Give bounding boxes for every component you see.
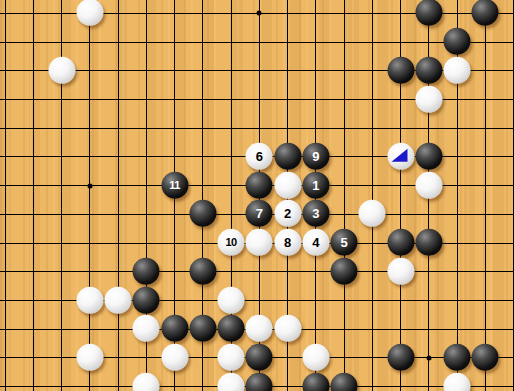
board-intersection[interactable]	[443, 56, 471, 85]
move-number-label: 11	[169, 179, 180, 190]
board-intersection[interactable]	[160, 229, 188, 258]
board-intersection[interactable]	[471, 372, 499, 391]
board-intersection[interactable]	[273, 171, 301, 200]
board-intersection[interactable]	[189, 28, 217, 57]
board-intersection[interactable]	[358, 344, 386, 373]
board-intersection[interactable]: 4	[302, 229, 330, 258]
board-intersection[interactable]	[471, 56, 499, 85]
board-intersection[interactable]	[19, 344, 47, 373]
board-intersection[interactable]	[415, 286, 443, 315]
board-intersection[interactable]: 2	[273, 200, 301, 229]
board-intersection[interactable]	[443, 200, 471, 229]
board-intersection[interactable]	[330, 315, 358, 344]
board-intersection[interactable]	[217, 372, 245, 391]
board-intersection[interactable]	[499, 200, 514, 229]
board-intersection[interactable]	[499, 143, 514, 172]
board-intersection[interactable]	[386, 257, 414, 286]
board-intersection[interactable]	[104, 56, 132, 85]
board-intersection[interactable]	[302, 344, 330, 373]
board-intersection[interactable]	[443, 286, 471, 315]
board-intersection[interactable]	[330, 171, 358, 200]
board-intersection[interactable]	[189, 114, 217, 143]
white-stone	[415, 85, 442, 112]
board-intersection[interactable]	[471, 200, 499, 229]
board-intersection[interactable]	[273, 372, 301, 391]
board-intersection[interactable]	[471, 143, 499, 172]
board-intersection[interactable]	[499, 114, 514, 143]
board-intersection[interactable]	[415, 229, 443, 258]
board-intersection[interactable]	[499, 28, 514, 57]
board-intersection[interactable]	[499, 85, 514, 114]
board-intersection[interactable]	[358, 114, 386, 143]
board-intersection[interactable]	[189, 229, 217, 258]
board-intersection[interactable]	[132, 28, 160, 57]
board-intersection[interactable]	[76, 286, 104, 315]
board-intersection[interactable]	[47, 315, 75, 344]
board-intersection[interactable]	[245, 257, 273, 286]
board-intersection[interactable]	[386, 114, 414, 143]
board-intersection[interactable]	[160, 28, 188, 57]
board-intersection[interactable]	[443, 257, 471, 286]
board-intersection[interactable]	[217, 0, 245, 28]
board-intersection[interactable]	[132, 229, 160, 258]
move-number-label: 4	[312, 236, 319, 249]
white-stone	[218, 286, 245, 313]
board-intersection[interactable]	[0, 315, 19, 344]
black-stone	[472, 0, 499, 26]
star-point	[257, 11, 262, 16]
board-intersection[interactable]	[386, 286, 414, 315]
black-stone	[415, 143, 442, 170]
board-intersection[interactable]	[415, 372, 443, 391]
board-intersection[interactable]	[245, 114, 273, 143]
black-stone: 3	[302, 200, 329, 227]
board-intersection[interactable]	[330, 0, 358, 28]
board-intersection[interactable]	[104, 200, 132, 229]
board-intersection[interactable]	[189, 0, 217, 28]
board-intersection[interactable]	[386, 229, 414, 258]
board-intersection[interactable]	[471, 257, 499, 286]
board-intersection[interactable]	[358, 143, 386, 172]
board-intersection[interactable]	[104, 372, 132, 391]
board-intersection[interactable]	[358, 372, 386, 391]
board-intersection[interactable]	[245, 85, 273, 114]
board-intersection[interactable]	[330, 372, 358, 391]
board-intersection[interactable]	[217, 171, 245, 200]
board-intersection[interactable]	[19, 171, 47, 200]
board-intersection[interactable]	[19, 229, 47, 258]
board-intersection[interactable]	[302, 0, 330, 28]
board-intersection[interactable]	[499, 315, 514, 344]
board-intersection[interactable]	[273, 28, 301, 57]
board-intersection[interactable]	[217, 114, 245, 143]
board-intersection[interactable]	[160, 286, 188, 315]
board-intersection[interactable]	[330, 28, 358, 57]
board-intersection[interactable]	[245, 315, 273, 344]
black-stone: 5	[331, 229, 358, 256]
board-intersection[interactable]	[217, 315, 245, 344]
board-intersection[interactable]: 1	[302, 171, 330, 200]
board-intersection[interactable]	[160, 56, 188, 85]
board-intersection[interactable]	[19, 85, 47, 114]
board-intersection[interactable]	[443, 344, 471, 373]
board-intersection[interactable]	[358, 315, 386, 344]
board-intersection[interactable]	[0, 28, 19, 57]
board-intersection[interactable]	[273, 286, 301, 315]
board-intersection[interactable]	[471, 85, 499, 114]
board-intersection[interactable]	[160, 85, 188, 114]
board-intersection[interactable]	[217, 28, 245, 57]
board-intersection[interactable]	[358, 28, 386, 57]
board-intersection[interactable]	[443, 143, 471, 172]
board-intersection[interactable]	[76, 85, 104, 114]
board-intersection[interactable]	[499, 0, 514, 28]
board-intersection[interactable]	[19, 28, 47, 57]
board-intersection[interactable]	[386, 344, 414, 373]
board-intersection[interactable]	[302, 114, 330, 143]
board-intersection[interactable]	[132, 0, 160, 28]
board-intersection[interactable]	[19, 286, 47, 315]
white-stone: 4	[302, 229, 329, 256]
board-intersection[interactable]	[104, 315, 132, 344]
board-intersection[interactable]	[217, 200, 245, 229]
board-intersection[interactable]	[76, 344, 104, 373]
board-intersection[interactable]	[132, 171, 160, 200]
board-intersection[interactable]	[47, 0, 75, 28]
board-intersection[interactable]	[19, 114, 47, 143]
board-intersection[interactable]	[330, 286, 358, 315]
board-intersection[interactable]	[0, 85, 19, 114]
board-intersection[interactable]	[104, 0, 132, 28]
board-intersection[interactable]	[160, 114, 188, 143]
board-intersection[interactable]	[217, 85, 245, 114]
board-intersection[interactable]	[471, 315, 499, 344]
board-intersection[interactable]: 7	[245, 200, 273, 229]
board-intersection[interactable]	[160, 344, 188, 373]
board-intersection[interactable]	[189, 200, 217, 229]
board-intersection[interactable]: 3	[302, 200, 330, 229]
board-intersection[interactable]	[104, 257, 132, 286]
board-intersection[interactable]	[273, 114, 301, 143]
board-intersection[interactable]	[47, 171, 75, 200]
board-intersection[interactable]	[76, 372, 104, 391]
board-intersection[interactable]	[0, 171, 19, 200]
board-intersection[interactable]	[189, 85, 217, 114]
board-intersection[interactable]	[358, 257, 386, 286]
board-intersection[interactable]	[19, 200, 47, 229]
board-intersection[interactable]	[358, 85, 386, 114]
board-intersection[interactable]	[0, 286, 19, 315]
black-stone	[246, 372, 273, 391]
board-intersection[interactable]	[189, 56, 217, 85]
black-stone	[331, 372, 358, 391]
move-number-label: 5	[340, 236, 347, 249]
board-intersection[interactable]	[47, 114, 75, 143]
white-stone	[246, 229, 273, 256]
board-intersection[interactable]	[245, 28, 273, 57]
board-intersection[interactable]	[160, 200, 188, 229]
board-intersection[interactable]	[386, 200, 414, 229]
board-intersection[interactable]	[471, 28, 499, 57]
board-intersection[interactable]	[443, 0, 471, 28]
board-intersection[interactable]	[302, 315, 330, 344]
board-intersection[interactable]	[104, 28, 132, 57]
board-intersection[interactable]	[330, 56, 358, 85]
board-intersection[interactable]	[386, 56, 414, 85]
board-intersection[interactable]	[132, 114, 160, 143]
board-intersection[interactable]	[499, 344, 514, 373]
board-intersection[interactable]	[19, 315, 47, 344]
board-intersection[interactable]	[302, 286, 330, 315]
board-intersection[interactable]	[132, 315, 160, 344]
board-intersection[interactable]	[386, 372, 414, 391]
board-intersection[interactable]	[499, 56, 514, 85]
board-intersection[interactable]	[443, 171, 471, 200]
board-intersection[interactable]	[415, 56, 443, 85]
board-intersection[interactable]	[330, 85, 358, 114]
board-intersection[interactable]	[132, 257, 160, 286]
board-intersection[interactable]	[132, 85, 160, 114]
board-intersection[interactable]	[132, 372, 160, 391]
board-intersection[interactable]	[104, 229, 132, 258]
board-intersection[interactable]	[245, 344, 273, 373]
board-intersection[interactable]	[189, 315, 217, 344]
white-stone	[218, 344, 245, 371]
board-intersection[interactable]	[273, 344, 301, 373]
board-intersection[interactable]	[47, 85, 75, 114]
board-intersection[interactable]	[104, 114, 132, 143]
board-intersection[interactable]	[273, 56, 301, 85]
board-intersection[interactable]	[189, 286, 217, 315]
black-stone	[415, 0, 442, 26]
board-intersection[interactable]	[499, 257, 514, 286]
board-intersection[interactable]	[76, 143, 104, 172]
board-intersection[interactable]	[76, 28, 104, 57]
board-intersection[interactable]	[245, 171, 273, 200]
board-intersection[interactable]: 10	[217, 229, 245, 258]
board-intersection[interactable]	[47, 200, 75, 229]
white-stone	[444, 372, 471, 391]
white-stone: 2	[274, 200, 301, 227]
board-intersection[interactable]	[386, 85, 414, 114]
board-intersection[interactable]	[443, 229, 471, 258]
board-intersection[interactable]	[76, 171, 104, 200]
board-intersection[interactable]	[132, 56, 160, 85]
board-intersection[interactable]	[330, 143, 358, 172]
board-intersection[interactable]	[0, 0, 19, 28]
board-intersection[interactable]	[0, 56, 19, 85]
board-intersection[interactable]	[76, 200, 104, 229]
board-intersection[interactable]	[19, 56, 47, 85]
board-intersection[interactable]	[415, 85, 443, 114]
board-intersection[interactable]	[358, 56, 386, 85]
board-intersection[interactable]	[47, 143, 75, 172]
black-stone	[246, 171, 273, 198]
board-intersection[interactable]	[0, 114, 19, 143]
go-board: 6911172310845	[0, 0, 514, 391]
board-intersection[interactable]	[471, 229, 499, 258]
board-intersection[interactable]	[415, 28, 443, 57]
board-intersection[interactable]	[160, 315, 188, 344]
board-intersection[interactable]	[245, 286, 273, 315]
board-intersection[interactable]	[104, 344, 132, 373]
board-intersection[interactable]	[415, 143, 443, 172]
board-intersection[interactable]	[0, 200, 19, 229]
board-intersection[interactable]	[273, 143, 301, 172]
board-intersection[interactable]	[358, 0, 386, 28]
board-intersection[interactable]	[302, 28, 330, 57]
board-intersection[interactable]	[76, 56, 104, 85]
board-intersection[interactable]	[217, 56, 245, 85]
black-stone: 7	[246, 200, 273, 227]
board-intersection[interactable]	[330, 200, 358, 229]
board-intersection[interactable]	[19, 372, 47, 391]
board-intersection[interactable]	[415, 315, 443, 344]
board-intersection[interactable]: 6	[245, 143, 273, 172]
board-intersection[interactable]	[330, 257, 358, 286]
board-intersection[interactable]: 9	[302, 143, 330, 172]
white-stone	[218, 372, 245, 391]
board-intersection[interactable]	[47, 372, 75, 391]
board-intersection[interactable]	[386, 0, 414, 28]
board-intersection[interactable]: 11	[160, 171, 188, 200]
board-intersection[interactable]	[471, 344, 499, 373]
board-intersection[interactable]	[104, 143, 132, 172]
board-intersection[interactable]	[273, 0, 301, 28]
board-intersection[interactable]	[499, 372, 514, 391]
board-intersection[interactable]	[245, 229, 273, 258]
board-intersection[interactable]	[76, 0, 104, 28]
board-intersection[interactable]	[189, 171, 217, 200]
board-intersection[interactable]	[76, 114, 104, 143]
board-intersection[interactable]	[47, 344, 75, 373]
black-stone	[415, 229, 442, 256]
board-intersection[interactable]	[76, 257, 104, 286]
black-stone	[189, 200, 216, 227]
board-intersection[interactable]	[189, 372, 217, 391]
board-intersection[interactable]: 5	[330, 229, 358, 258]
board-intersection[interactable]	[47, 257, 75, 286]
board-intersection[interactable]	[132, 200, 160, 229]
board-intersection[interactable]	[132, 344, 160, 373]
white-stone	[161, 344, 188, 371]
board-intersection[interactable]	[19, 257, 47, 286]
board-intersection[interactable]	[358, 286, 386, 315]
board-intersection[interactable]	[217, 257, 245, 286]
board-intersection[interactable]	[76, 315, 104, 344]
board-intersection[interactable]	[189, 257, 217, 286]
board-intersection[interactable]	[330, 114, 358, 143]
board-intersection[interactable]	[160, 0, 188, 28]
board-intersection[interactable]	[443, 28, 471, 57]
board-intersection[interactable]	[415, 114, 443, 143]
move-number-label: 3	[312, 207, 319, 220]
board-intersection[interactable]	[0, 344, 19, 373]
black-stone	[387, 229, 414, 256]
board-intersection[interactable]	[443, 315, 471, 344]
board-intersection[interactable]	[443, 372, 471, 391]
board-intersection[interactable]	[386, 28, 414, 57]
white-stone	[133, 372, 160, 391]
board-intersection[interactable]: 8	[273, 229, 301, 258]
board-intersection[interactable]	[189, 344, 217, 373]
board-intersection[interactable]	[160, 372, 188, 391]
board-intersection[interactable]	[302, 257, 330, 286]
board-intersection[interactable]	[104, 286, 132, 315]
board-intersection[interactable]	[302, 56, 330, 85]
board-intersection[interactable]	[47, 28, 75, 57]
board-intersection[interactable]	[47, 56, 75, 85]
board-intersection[interactable]	[273, 315, 301, 344]
board-intersection[interactable]	[499, 229, 514, 258]
board-intersection[interactable]	[19, 143, 47, 172]
board-intersection[interactable]	[245, 372, 273, 391]
board-intersection[interactable]	[104, 171, 132, 200]
board-intersection[interactable]	[358, 229, 386, 258]
white-stone	[274, 315, 301, 342]
board-intersection[interactable]	[415, 344, 443, 373]
board-intersection[interactable]	[415, 200, 443, 229]
board-intersection[interactable]	[471, 286, 499, 315]
board-intersection[interactable]	[358, 200, 386, 229]
board-intersection[interactable]	[19, 0, 47, 28]
board-intersection[interactable]	[217, 286, 245, 315]
board-intersection[interactable]	[386, 143, 414, 172]
board-intersection[interactable]	[330, 344, 358, 373]
board-intersection[interactable]	[160, 257, 188, 286]
board-intersection[interactable]	[415, 171, 443, 200]
board-intersection[interactable]	[499, 286, 514, 315]
board-intersection[interactable]	[386, 315, 414, 344]
board-intersection[interactable]	[302, 372, 330, 391]
board-intersection[interactable]	[443, 114, 471, 143]
triangle-marker-icon	[391, 149, 407, 162]
black-stone: 9	[302, 143, 329, 170]
white-stone	[246, 315, 273, 342]
board-intersection[interactable]	[0, 257, 19, 286]
board-intersection[interactable]	[302, 85, 330, 114]
board-intersection[interactable]	[189, 143, 217, 172]
board-intersection[interactable]	[0, 372, 19, 391]
board-intersection[interactable]	[217, 344, 245, 373]
board-intersection[interactable]	[499, 171, 514, 200]
board-intersection[interactable]	[0, 143, 19, 172]
board-intersection[interactable]	[245, 0, 273, 28]
board-intersection[interactable]	[471, 114, 499, 143]
board-intersection[interactable]	[415, 0, 443, 28]
board-intersection[interactable]	[160, 143, 188, 172]
board-intersection[interactable]	[217, 143, 245, 172]
board-intersection[interactable]	[471, 171, 499, 200]
board-intersection[interactable]	[443, 85, 471, 114]
board-intersection[interactable]	[132, 143, 160, 172]
move-number-label: 8	[284, 236, 291, 249]
board-intersection[interactable]	[47, 229, 75, 258]
black-stone	[274, 143, 301, 170]
board-intersection[interactable]	[358, 171, 386, 200]
board-intersection[interactable]	[471, 0, 499, 28]
board-intersection[interactable]	[76, 229, 104, 258]
board-intersection[interactable]	[0, 229, 19, 258]
board-intersection[interactable]	[273, 85, 301, 114]
board-intersection[interactable]	[47, 286, 75, 315]
board-intersection[interactable]	[132, 286, 160, 315]
board-intersection[interactable]	[245, 56, 273, 85]
board-intersection[interactable]	[104, 85, 132, 114]
board-intersection[interactable]	[273, 257, 301, 286]
board-intersection[interactable]	[415, 257, 443, 286]
board-intersection[interactable]	[386, 171, 414, 200]
